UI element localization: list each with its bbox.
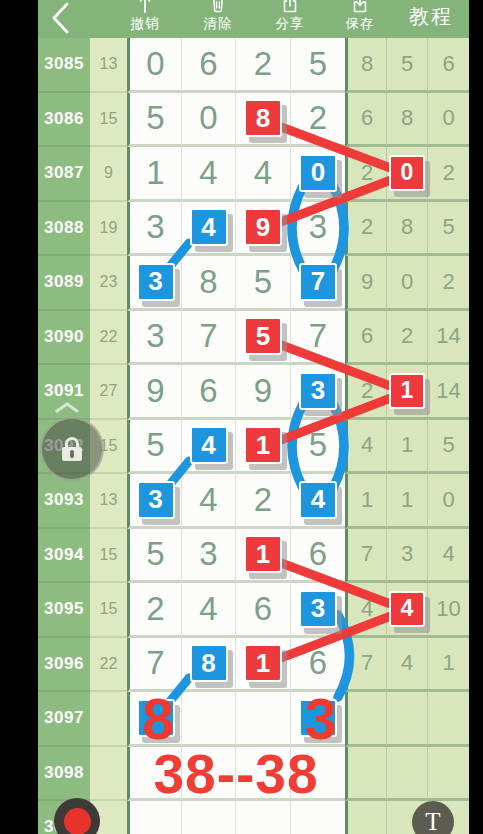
red-marker[interactable]: 1 — [389, 373, 425, 409]
stat-digit: 14 — [436, 323, 460, 349]
stat-cell[interactable]: 5 — [386, 38, 427, 93]
grid-cell[interactable]: 3 — [127, 256, 181, 311]
row-3087: 308791440202 — [38, 147, 469, 202]
row-sum: 15 — [90, 529, 127, 584]
save-button[interactable]: 保存 — [334, 0, 386, 38]
board: 3085130625856308615508268030879144020230… — [38, 38, 469, 834]
row-sum: 27 — [90, 365, 127, 420]
grid-cell[interactable]: 2 — [127, 583, 181, 638]
grid-cell[interactable] — [235, 692, 290, 747]
record-dot-icon — [64, 808, 91, 834]
row-sum: 15 — [90, 583, 127, 638]
row-period-label: 3094 — [38, 529, 90, 584]
cell-digit: 4 — [254, 154, 272, 192]
stat-digit: 7 — [361, 541, 373, 567]
handwritten-text[interactable]: 38--38 — [127, 746, 345, 802]
stat-cell[interactable]: 5 — [427, 202, 469, 257]
grid-cell[interactable]: 4 — [235, 147, 290, 202]
stat-digit: 9 — [361, 269, 373, 295]
row-period-label: 3086 — [38, 93, 90, 148]
stat-cell[interactable]: 2 — [427, 147, 469, 202]
grid-cell[interactable]: 6 — [181, 38, 235, 93]
stat-digit: 8 — [361, 51, 373, 77]
cell-digit: 5 — [309, 426, 327, 464]
chevron-left-icon — [48, 1, 74, 35]
blue-marker[interactable]: 3 — [299, 372, 337, 410]
stat-cell[interactable]: 7 — [345, 638, 386, 693]
grid-cell[interactable] — [181, 692, 235, 747]
blue-marker[interactable]: 8 — [190, 644, 228, 682]
cell-digit: 2 — [254, 481, 272, 519]
cell-digit: 6 — [199, 372, 217, 410]
blue-marker[interactable]: 3 — [137, 263, 175, 301]
row-sum: 19 — [90, 202, 127, 257]
cell-digit: 4 — [199, 154, 217, 192]
stat-cell[interactable] — [427, 747, 469, 802]
red-marker[interactable]: 8 — [244, 99, 282, 137]
row-period-label: 3097 — [38, 692, 90, 747]
cell-digit: 7 — [146, 644, 164, 682]
grid-cell[interactable]: 5 — [127, 93, 181, 148]
cell-digit: 1 — [146, 154, 164, 192]
blue-marker[interactable]: 3 — [299, 590, 337, 628]
row-sum: 23 — [90, 256, 127, 311]
share-icon — [264, 0, 316, 13]
toolbar: 撤销 清除 分享 — [38, 0, 469, 38]
stat-cell[interactable]: 6 — [345, 93, 386, 148]
grid-cell[interactable]: 7 — [290, 256, 345, 311]
cell-digit: 2 — [309, 99, 327, 137]
blue-marker[interactable]: 4 — [299, 481, 337, 519]
grid-cell[interactable]: 0 — [181, 93, 235, 148]
row-3089: 3089233857902 — [38, 256, 469, 311]
cell-digit: 3 — [309, 208, 327, 246]
red-marker[interactable]: 1 — [244, 426, 282, 464]
stat-cell[interactable]: 4 — [386, 583, 427, 638]
stat-digit: 1 — [401, 487, 413, 513]
grid-cell[interactable]: 3 — [290, 202, 345, 257]
tutorial-button[interactable]: 教程 — [409, 3, 453, 30]
blue-marker[interactable]: 7 — [299, 263, 337, 301]
stat-digit: 0 — [442, 487, 454, 513]
stat-cell[interactable]: 8 — [386, 202, 427, 257]
clear-button[interactable]: 清除 — [192, 0, 244, 38]
row-period-label: 3089 — [38, 256, 90, 311]
row-3085: 3085130625856 — [38, 38, 469, 93]
stat-digit: 2 — [361, 214, 373, 240]
grid-cell[interactable]: 8 — [181, 256, 235, 311]
grid-cell[interactable]: 3 — [127, 311, 181, 366]
grid-cell[interactable]: 6 — [235, 583, 290, 638]
stat-cell[interactable]: 14 — [427, 365, 469, 420]
stat-cell[interactable] — [345, 747, 386, 802]
stat-cell[interactable]: 1 — [386, 420, 427, 475]
stat-cell[interactable]: 4 — [345, 583, 386, 638]
cell-digit: 0 — [146, 45, 164, 83]
grid-cell[interactable]: 3 — [127, 202, 181, 257]
trash-icon — [192, 0, 244, 13]
clear-label: 清除 — [192, 15, 244, 33]
grid-cell[interactable]: 3 — [290, 583, 345, 638]
grid-cell[interactable]: 7 — [290, 311, 345, 366]
undo-button[interactable]: 撤销 — [119, 0, 171, 38]
grid-cell[interactable]: 9 — [127, 365, 181, 420]
grid-cell[interactable]: 8 — [235, 93, 290, 148]
stat-digit: 4 — [442, 541, 454, 567]
stat-digit: 8 — [401, 214, 413, 240]
cell-digit: 6 — [309, 535, 327, 573]
cell-digit: 3 — [199, 535, 217, 573]
row-period-label: 3085 — [38, 38, 90, 93]
stat-digit: 6 — [361, 323, 373, 349]
stat-cell[interactable]: 0 — [386, 256, 427, 311]
row-period-label: 3093 — [38, 474, 90, 529]
cell-digit: 7 — [309, 317, 327, 355]
stat-cell[interactable]: 7 — [345, 529, 386, 584]
stat-cell[interactable]: 8 — [345, 38, 386, 93]
row-3090: 30902237576214 — [38, 311, 469, 366]
stat-digit: 2 — [442, 269, 454, 295]
stat-digit: 1 — [361, 487, 373, 513]
row-3091: 30912796932114 — [38, 365, 469, 420]
grid-cell[interactable]: 1 — [127, 147, 181, 202]
grid-cell[interactable]: 6 — [290, 638, 345, 693]
cell-digit: 4 — [199, 481, 217, 519]
stat-cell[interactable]: 6 — [427, 38, 469, 93]
red-marker[interactable]: 5 — [244, 317, 282, 355]
stat-cell[interactable]: 14 — [427, 311, 469, 366]
stat-cell[interactable] — [386, 747, 427, 802]
stat-cell[interactable]: 4 — [386, 638, 427, 693]
stat-cell[interactable]: 2 — [345, 365, 386, 420]
cell-digit: 6 — [309, 644, 327, 682]
row-3095: 30951524634410 — [38, 583, 469, 638]
stat-digit: 5 — [442, 432, 454, 458]
red-marker[interactable]: 1 — [244, 644, 282, 682]
stat-cell[interactable]: 0 — [427, 93, 469, 148]
row-3093: 3093133424110 — [38, 474, 469, 529]
grid-cell[interactable]: 6 — [290, 529, 345, 584]
stat-digit: 14 — [436, 378, 460, 404]
grid-cell[interactable]: 3 — [181, 529, 235, 584]
grid-cell[interactable]: 0 — [127, 38, 181, 93]
row-3086: 3086155082680 — [38, 93, 469, 148]
grid-cell[interactable]: 7 — [127, 638, 181, 693]
stat-digit: 1 — [401, 432, 413, 458]
grid-cell[interactable]: 1 — [235, 420, 290, 475]
stat-digit: 4 — [401, 650, 413, 676]
cell-digit: 5 — [254, 263, 272, 301]
row-period-label: 3098 — [38, 747, 90, 802]
grid-cell[interactable]: 3 — [290, 365, 345, 420]
grid-cell[interactable]: 3 — [290, 692, 345, 747]
stat-cell[interactable] — [427, 692, 469, 747]
cell-digit: 7 — [199, 317, 217, 355]
grid-cell[interactable]: 5 — [235, 256, 290, 311]
stat-cell[interactable]: 2 — [427, 256, 469, 311]
stat-cell[interactable]: 1 — [386, 474, 427, 529]
stat-cell[interactable]: 1 — [427, 638, 469, 693]
stat-digit: 0 — [442, 105, 454, 131]
cell-digit: 3 — [146, 208, 164, 246]
cell-digit: 5 — [146, 99, 164, 137]
grid-cell[interactable]: 9 — [235, 365, 290, 420]
stat-digit: 5 — [401, 51, 413, 77]
share-button[interactable]: 分享 — [264, 0, 316, 38]
cell-digit: 5 — [309, 45, 327, 83]
letterbox-right — [469, 0, 483, 834]
cell-digit: 8 — [199, 263, 217, 301]
grid-cell[interactable]: 1 — [235, 638, 290, 693]
stat-digit: 6 — [442, 51, 454, 77]
cell-digit: 0 — [199, 99, 217, 137]
row-sum: 22 — [90, 638, 127, 693]
red-marker[interactable]: 9 — [244, 208, 282, 246]
row-sum — [90, 692, 127, 747]
stat-digit: 2 — [401, 323, 413, 349]
grid-cell[interactable]: 8 — [127, 692, 181, 747]
stat-cell[interactable]: 2 — [345, 147, 386, 202]
grid-cell[interactable]: 5 — [235, 311, 290, 366]
stat-digit: 6 — [361, 105, 373, 131]
grid-cell[interactable]: 4 — [181, 583, 235, 638]
stat-digit: 0 — [401, 269, 413, 295]
stat-cell[interactable]: 2 — [386, 311, 427, 366]
collapse-chevron-icon[interactable] — [54, 399, 80, 417]
stat-cell[interactable] — [345, 801, 386, 834]
red-marker[interactable]: 4 — [389, 591, 425, 627]
stat-digit: 5 — [442, 214, 454, 240]
grid-cell[interactable]: 5 — [290, 38, 345, 93]
row-sum: 13 — [90, 474, 127, 529]
grid-cell[interactable]: 5 — [290, 420, 345, 475]
stat-cell[interactable]: 0 — [427, 474, 469, 529]
cell-digit: 3 — [146, 317, 164, 355]
grid-cell[interactable]: 4 — [181, 147, 235, 202]
grid-cell[interactable]: 5 — [127, 529, 181, 584]
stat-digit: 7 — [361, 650, 373, 676]
blue-marker[interactable]: 4 — [190, 426, 228, 464]
cell-digit: 5 — [146, 426, 164, 464]
share-label: 分享 — [264, 15, 316, 33]
undo-label: 撤销 — [119, 15, 171, 33]
grid-cell[interactable]: 7 — [181, 311, 235, 366]
cell-digit: 5 — [146, 535, 164, 573]
grid-cell[interactable]: 9 — [235, 202, 290, 257]
red-marker[interactable]: 1 — [244, 535, 282, 573]
save-icon — [334, 0, 386, 13]
cell-digit: 2 — [254, 45, 272, 83]
grid-cell[interactable]: 1 — [235, 529, 290, 584]
cell-digit: 4 — [199, 590, 217, 628]
grid-cell[interactable]: 4 — [290, 474, 345, 529]
row-period-label: 3095 — [38, 583, 90, 638]
stat-digit: 2 — [361, 378, 373, 404]
stat-cell[interactable]: 3 — [386, 529, 427, 584]
undo-icon — [119, 0, 171, 13]
back-button[interactable] — [48, 1, 78, 37]
cell-digit: 9 — [254, 372, 272, 410]
stat-digit: 4 — [361, 596, 373, 622]
row-3094: 3094155316734 — [38, 529, 469, 584]
stat-cell[interactable]: 10 — [427, 583, 469, 638]
cell-digit: 9 — [146, 372, 164, 410]
stat-cell[interactable]: 9 — [345, 256, 386, 311]
row-sum: 15 — [90, 93, 127, 148]
stat-cell[interactable] — [345, 692, 386, 747]
grid-cell[interactable]: 4 — [181, 202, 235, 257]
grid-cell[interactable]: 6 — [181, 365, 235, 420]
row-period-label: 3096 — [38, 638, 90, 693]
stat-digit: 8 — [401, 105, 413, 131]
grid-cell[interactable]: 3 — [127, 474, 181, 529]
stat-digit: 1 — [442, 650, 454, 676]
stat-digit: 2 — [361, 160, 373, 186]
cell-digit: 6 — [199, 45, 217, 83]
stat-digit: 10 — [436, 596, 460, 622]
grid-cell[interactable]: 8 — [181, 638, 235, 693]
stat-digit: 4 — [361, 432, 373, 458]
stat-cell[interactable]: 1 — [386, 365, 427, 420]
row-3097: 309783 — [38, 692, 469, 747]
stat-cell[interactable]: 0 — [386, 147, 427, 202]
red-marker[interactable]: 0 — [389, 155, 425, 191]
blue-marker[interactable]: 4 — [190, 208, 228, 246]
stat-cell[interactable]: 4 — [345, 420, 386, 475]
stat-cell[interactable]: 8 — [386, 93, 427, 148]
lock-button[interactable] — [40, 417, 104, 481]
grid-cell[interactable]: 0 — [290, 147, 345, 202]
stat-cell[interactable]: 4 — [427, 529, 469, 584]
grid-cell[interactable]: 2 — [235, 38, 290, 93]
row-period-label: 3090 — [38, 311, 90, 366]
row-3096: 3096227816741 — [38, 638, 469, 693]
row-sum: 9 — [90, 147, 127, 202]
grid-cell[interactable]: 2 — [290, 93, 345, 148]
blue-marker[interactable]: 3 — [137, 481, 175, 519]
stat-digit: 2 — [442, 160, 454, 186]
stat-digit: 3 — [401, 541, 413, 567]
save-label: 保存 — [334, 15, 386, 33]
row-period-label: 3087 — [38, 147, 90, 202]
row-sum: 13 — [90, 38, 127, 93]
row-3088: 3088193493285 — [38, 202, 469, 257]
handwritten-digit[interactable]: 3 — [305, 691, 337, 748]
stat-cell[interactable]: 1 — [345, 474, 386, 529]
trend-chart-app: 3085130625856308615508268030879144020230… — [38, 0, 469, 834]
row-sum: 22 — [90, 311, 127, 366]
grid-cell[interactable]: 4 — [181, 420, 235, 475]
stat-cell[interactable]: 5 — [427, 420, 469, 475]
row-period-label: 3088 — [38, 202, 90, 257]
grid-cell[interactable]: 5 — [127, 420, 181, 475]
stat-cell[interactable]: 2 — [345, 202, 386, 257]
grid-cell[interactable]: 2 — [235, 474, 290, 529]
cell-digit: 6 — [254, 590, 272, 628]
letterbox-left — [0, 0, 38, 834]
handwritten-digit[interactable]: 8 — [142, 691, 174, 748]
blue-marker[interactable]: 0 — [299, 154, 337, 192]
row-sum — [90, 747, 127, 802]
stat-cell[interactable] — [386, 692, 427, 747]
cell-digit: 2 — [146, 590, 164, 628]
grid-cell[interactable]: 4 — [181, 474, 235, 529]
stat-cell[interactable]: 6 — [345, 311, 386, 366]
